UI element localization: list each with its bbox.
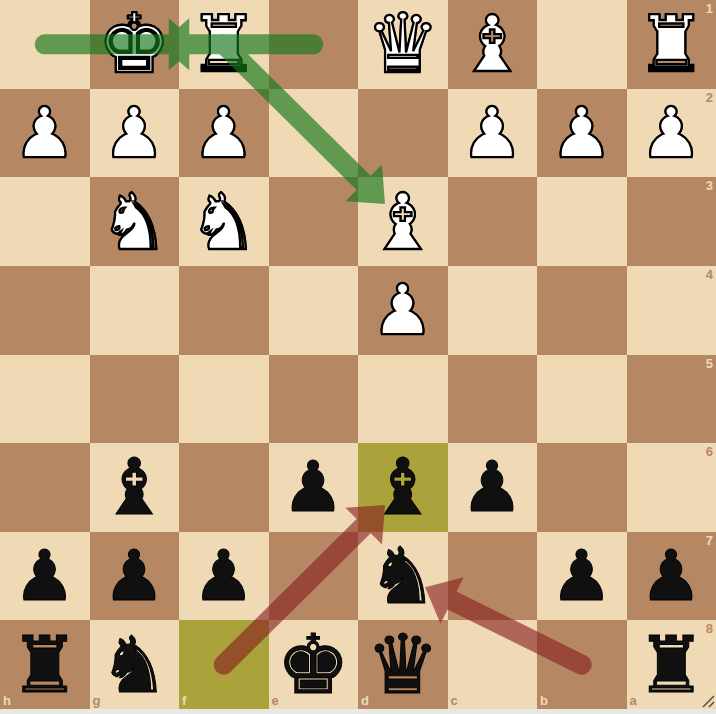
- board-resize-handle-icon[interactable]: [702, 695, 715, 708]
- square-g5[interactable]: [90, 355, 180, 444]
- piece-bP-a7[interactable]: ♟: [627, 532, 716, 621]
- square-g3[interactable]: ♞: [90, 177, 180, 266]
- square-e4[interactable]: [269, 266, 359, 355]
- piece-bN-g8[interactable]: ♞: [90, 620, 180, 709]
- chess-board-stage: ♚♜♛♝♜1♟♟♟♟♟♟2♞♞♝3♟45♝♟♝♟6♟♟♟♞♟♟7♜h♞gf♚e♛…: [0, 0, 716, 714]
- piece-bN-d7[interactable]: ♞: [358, 532, 448, 621]
- file-label-h: h: [3, 693, 11, 708]
- square-b8[interactable]: b: [537, 620, 627, 709]
- square-c2[interactable]: ♟: [448, 89, 538, 178]
- square-a3[interactable]: 3: [627, 177, 716, 266]
- square-a2[interactable]: ♟2: [627, 89, 716, 178]
- piece-wB-c1[interactable]: ♝: [448, 0, 538, 89]
- rank-label-4: 4: [706, 267, 713, 282]
- square-c6[interactable]: ♟: [448, 443, 538, 532]
- square-e7[interactable]: [269, 532, 359, 621]
- piece-wK-g1[interactable]: ♚: [90, 0, 180, 89]
- square-g2[interactable]: ♟: [90, 89, 180, 178]
- piece-wN-f3[interactable]: ♞: [179, 177, 269, 266]
- square-e1[interactable]: [269, 0, 359, 89]
- square-f5[interactable]: [179, 355, 269, 444]
- rank-label-2: 2: [706, 90, 713, 105]
- square-b1[interactable]: [537, 0, 627, 89]
- square-b3[interactable]: [537, 177, 627, 266]
- square-b5[interactable]: [537, 355, 627, 444]
- rank-label-1: 1: [706, 1, 713, 16]
- square-e5[interactable]: [269, 355, 359, 444]
- square-d5[interactable]: [358, 355, 448, 444]
- rank-label-3: 3: [706, 178, 713, 193]
- square-a1[interactable]: ♜1: [627, 0, 716, 89]
- piece-bP-e6[interactable]: ♟: [269, 443, 359, 532]
- file-label-d: d: [361, 693, 369, 708]
- piece-bP-g7[interactable]: ♟: [90, 532, 180, 621]
- square-a7[interactable]: ♟7: [627, 532, 716, 621]
- square-h2[interactable]: ♟: [0, 89, 90, 178]
- piece-wB-d3[interactable]: ♝: [358, 177, 448, 266]
- board-bottom-strip: [0, 709, 716, 714]
- square-a5[interactable]: 5: [627, 355, 716, 444]
- square-a4[interactable]: 4: [627, 266, 716, 355]
- square-d3[interactable]: ♝: [358, 177, 448, 266]
- piece-bB-g6[interactable]: ♝: [90, 443, 180, 532]
- square-d1[interactable]: ♛: [358, 0, 448, 89]
- square-c1[interactable]: ♝: [448, 0, 538, 89]
- square-h5[interactable]: [0, 355, 90, 444]
- rank-label-8: 8: [706, 621, 713, 636]
- square-d2[interactable]: [358, 89, 448, 178]
- file-label-e: e: [272, 693, 279, 708]
- piece-wP-b2[interactable]: ♟: [537, 89, 627, 178]
- piece-wP-h2[interactable]: ♟: [0, 89, 90, 178]
- piece-bP-f7[interactable]: ♟: [179, 532, 269, 621]
- file-label-a: a: [630, 693, 637, 708]
- square-g4[interactable]: [90, 266, 180, 355]
- square-f3[interactable]: ♞: [179, 177, 269, 266]
- piece-wN-g3[interactable]: ♞: [90, 177, 180, 266]
- piece-bR-h8[interactable]: ♜: [0, 620, 90, 709]
- piece-bQ-d8[interactable]: ♛: [358, 620, 448, 709]
- square-g7[interactable]: ♟: [90, 532, 180, 621]
- square-c8[interactable]: c: [448, 620, 538, 709]
- square-c7[interactable]: [448, 532, 538, 621]
- square-f4[interactable]: [179, 266, 269, 355]
- square-f6[interactable]: [179, 443, 269, 532]
- square-h7[interactable]: ♟: [0, 532, 90, 621]
- square-f2[interactable]: ♟: [179, 89, 269, 178]
- square-g1[interactable]: ♚: [90, 0, 180, 89]
- piece-bP-b7[interactable]: ♟: [537, 532, 627, 621]
- square-f7[interactable]: ♟: [179, 532, 269, 621]
- square-g6[interactable]: ♝: [90, 443, 180, 532]
- rank-label-6: 6: [706, 444, 713, 459]
- piece-wR-f1[interactable]: ♜: [179, 0, 269, 89]
- square-e8[interactable]: ♚e: [269, 620, 359, 709]
- square-b6[interactable]: [537, 443, 627, 532]
- rank-label-5: 5: [706, 356, 713, 371]
- rank-label-7: 7: [706, 533, 713, 548]
- piece-bK-e8[interactable]: ♚: [269, 620, 359, 709]
- file-label-c: c: [451, 693, 458, 708]
- file-label-b: b: [540, 693, 548, 708]
- piece-wP-a2[interactable]: ♟: [627, 89, 716, 178]
- piece-bP-c6[interactable]: ♟: [448, 443, 538, 532]
- square-c5[interactable]: [448, 355, 538, 444]
- square-e6[interactable]: ♟: [269, 443, 359, 532]
- square-f8[interactable]: f: [179, 620, 269, 709]
- square-c3[interactable]: [448, 177, 538, 266]
- file-label-g: g: [93, 693, 101, 708]
- square-d4[interactable]: ♟: [358, 266, 448, 355]
- square-h1[interactable]: [0, 0, 90, 89]
- piece-bP-h7[interactable]: ♟: [0, 532, 90, 621]
- chess-board[interactable]: ♚♜♛♝♜1♟♟♟♟♟♟2♞♞♝3♟45♝♟♝♟6♟♟♟♞♟♟7♜h♞gf♚e♛…: [0, 0, 716, 709]
- square-h8[interactable]: ♜h: [0, 620, 90, 709]
- square-b2[interactable]: ♟: [537, 89, 627, 178]
- square-b4[interactable]: [537, 266, 627, 355]
- piece-wQ-d1[interactable]: ♛: [358, 0, 448, 89]
- square-h6[interactable]: [0, 443, 90, 532]
- square-h4[interactable]: [0, 266, 90, 355]
- square-d6[interactable]: ♝: [358, 443, 448, 532]
- piece-wP-g2[interactable]: ♟: [90, 89, 180, 178]
- square-g8[interactable]: ♞g: [90, 620, 180, 709]
- square-e3[interactable]: [269, 177, 359, 266]
- piece-wP-d4[interactable]: ♟: [358, 266, 448, 355]
- piece-wP-c2[interactable]: ♟: [448, 89, 538, 178]
- square-c4[interactable]: [448, 266, 538, 355]
- square-d8[interactable]: ♛d: [358, 620, 448, 709]
- piece-wP-f2[interactable]: ♟: [179, 89, 269, 178]
- piece-wR-a1[interactable]: ♜: [627, 0, 716, 89]
- square-e2[interactable]: [269, 89, 359, 178]
- square-f1[interactable]: ♜: [179, 0, 269, 89]
- file-label-f: f: [182, 693, 186, 708]
- square-h3[interactable]: [0, 177, 90, 266]
- square-d7[interactable]: ♞: [358, 532, 448, 621]
- piece-bB-d6[interactable]: ♝: [358, 443, 448, 532]
- square-b7[interactable]: ♟: [537, 532, 627, 621]
- square-a6[interactable]: 6: [627, 443, 716, 532]
